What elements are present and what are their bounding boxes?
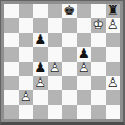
piece-glyph: ♚ [62,4,77,18]
square-a2[interactable] [4,90,19,104]
square-a4[interactable] [4,62,19,76]
square-f8[interactable] [77,4,92,18]
square-d6[interactable] [48,33,63,47]
square-d2[interactable] [48,90,63,104]
square-e3[interactable] [62,76,77,90]
square-b8[interactable] [19,4,34,18]
square-g3[interactable] [91,76,106,90]
square-d4[interactable]: ♟♙ [48,62,63,76]
square-f3[interactable] [77,76,92,90]
square-b1[interactable] [19,105,34,119]
square-e5[interactable] [62,47,77,61]
piece-bP-c6: ♟ [33,33,48,47]
square-g1[interactable] [91,105,106,119]
square-d7[interactable] [48,18,63,32]
square-h3[interactable]: ♟♙ [106,76,121,90]
square-d1[interactable] [48,105,63,119]
square-h1[interactable] [106,105,121,119]
square-e7[interactable] [62,18,77,32]
square-e6[interactable] [62,33,77,47]
chessboard-frame: ♚♜♚♔♟♙♟♟♟♟♙♟♙♟♙♟♙♟♙ [0,0,125,125]
square-g2[interactable] [91,90,106,104]
square-h2[interactable] [106,90,121,104]
square-b5[interactable] [19,47,34,61]
piece-wK-g7: ♚♔ [91,18,106,32]
square-a8[interactable] [4,4,19,18]
piece-glyph: ♙ [106,18,121,32]
square-g7[interactable]: ♚♔ [91,18,106,32]
square-a5[interactable] [4,47,19,61]
piece-wP-c3: ♟♙ [33,76,48,90]
square-h5[interactable] [106,47,121,61]
square-b7[interactable] [19,18,34,32]
square-a1[interactable] [4,105,19,119]
piece-glyph: ♙ [48,62,63,76]
piece-glyph: ♙ [33,76,48,90]
square-c1[interactable] [33,105,48,119]
square-d3[interactable] [48,76,63,90]
square-g5[interactable] [91,47,106,61]
square-f1[interactable] [77,105,92,119]
piece-glyph: ♙ [106,76,121,90]
piece-glyph: ♙ [19,90,34,104]
chessboard: ♚♜♚♔♟♙♟♟♟♟♙♟♙♟♙♟♙♟♙ [4,4,120,119]
square-e2[interactable] [62,90,77,104]
square-f4[interactable]: ♟♙ [77,62,92,76]
square-b2[interactable]: ♟♙ [19,90,34,104]
piece-wP-f4: ♟♙ [77,62,92,76]
square-b4[interactable] [19,62,34,76]
square-a6[interactable] [4,33,19,47]
piece-wP-h7: ♟♙ [106,18,121,32]
square-g4[interactable] [91,62,106,76]
square-a7[interactable] [4,18,19,32]
piece-wP-b2: ♟♙ [19,90,34,104]
piece-bK-e8: ♚ [62,4,77,18]
square-g6[interactable] [91,33,106,47]
square-c8[interactable] [33,4,48,18]
square-f7[interactable] [77,18,92,32]
square-h7[interactable]: ♟♙ [106,18,121,32]
square-d8[interactable] [48,4,63,18]
square-c6[interactable]: ♟ [33,33,48,47]
piece-wP-d4: ♟♙ [48,62,63,76]
piece-glyph: ♟ [33,33,48,47]
square-c3[interactable]: ♟♙ [33,76,48,90]
square-c2[interactable] [33,90,48,104]
square-e8[interactable]: ♚ [62,4,77,18]
square-e4[interactable] [62,62,77,76]
piece-wP-h3: ♟♙ [106,76,121,90]
square-a3[interactable] [4,76,19,90]
square-h6[interactable] [106,33,121,47]
square-e1[interactable] [62,105,77,119]
square-f2[interactable] [77,90,92,104]
piece-glyph: ♙ [77,62,92,76]
piece-glyph: ♔ [91,18,106,32]
square-b6[interactable] [19,33,34,47]
